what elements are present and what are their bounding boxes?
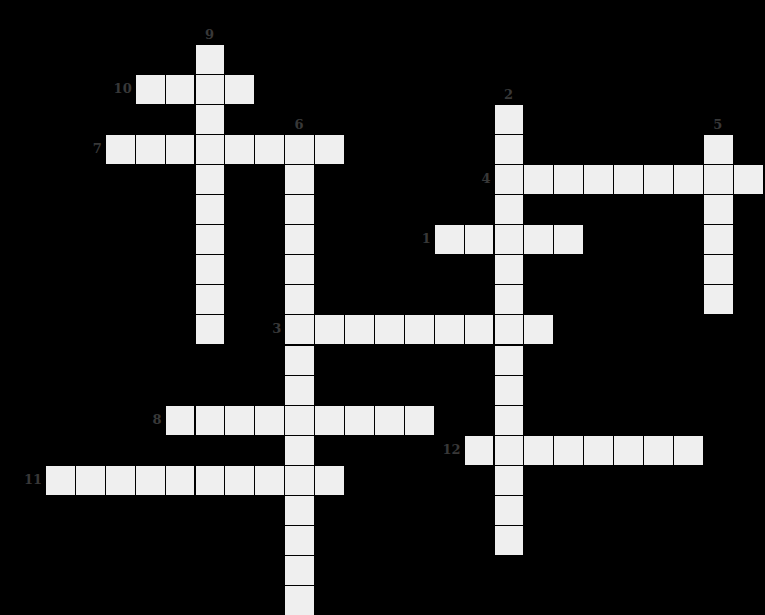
- grid-cell[interactable]: [75, 465, 106, 496]
- grid-cell[interactable]: [494, 254, 525, 285]
- grid-cell[interactable]: [494, 194, 525, 225]
- grid-cell[interactable]: [165, 465, 196, 496]
- clue-number-label: 9: [195, 27, 225, 43]
- grid-cell[interactable]: [135, 74, 166, 105]
- grid-cell[interactable]: [254, 405, 285, 436]
- grid-cell[interactable]: [284, 585, 315, 615]
- clue-number-label: 10: [92, 74, 132, 104]
- grid-cell[interactable]: [195, 465, 226, 496]
- grid-cell[interactable]: [464, 435, 495, 466]
- grid-cell[interactable]: [494, 495, 525, 526]
- grid-cell[interactable]: [105, 465, 136, 496]
- grid-cell[interactable]: [494, 104, 525, 135]
- grid-cell[interactable]: [284, 345, 315, 376]
- grid-cell[interactable]: [284, 405, 315, 436]
- grid-cell[interactable]: [224, 465, 255, 496]
- grid-cell[interactable]: [464, 314, 495, 345]
- clue-number-label: 12: [421, 435, 461, 465]
- grid-cell[interactable]: [195, 224, 226, 255]
- grid-cell[interactable]: [195, 134, 226, 165]
- grid-cell[interactable]: [314, 134, 345, 165]
- grid-cell[interactable]: [284, 194, 315, 225]
- grid-cell[interactable]: [284, 164, 315, 195]
- grid-cell[interactable]: [404, 405, 435, 436]
- grid-cell[interactable]: [494, 525, 525, 556]
- clue-number-label: 1: [391, 224, 431, 254]
- grid-cell[interactable]: [224, 74, 255, 105]
- clue-number-label: 11: [2, 465, 42, 495]
- grid-cell[interactable]: [523, 435, 554, 466]
- grid-cell[interactable]: [284, 495, 315, 526]
- grid-cell[interactable]: [344, 405, 375, 436]
- grid-cell[interactable]: [613, 164, 644, 195]
- grid-cell[interactable]: [135, 134, 166, 165]
- grid-cell[interactable]: [314, 465, 345, 496]
- grid-cell[interactable]: [494, 375, 525, 406]
- grid-cell[interactable]: [553, 224, 584, 255]
- grid-cell[interactable]: [643, 164, 674, 195]
- grid-cell[interactable]: [284, 254, 315, 285]
- clue-number-label: 7: [62, 134, 102, 164]
- grid-cell[interactable]: [434, 314, 465, 345]
- grid-cell[interactable]: [643, 435, 674, 466]
- grid-cell[interactable]: [673, 435, 704, 466]
- grid-cell[interactable]: [195, 194, 226, 225]
- grid-cell[interactable]: [703, 194, 734, 225]
- grid-cell[interactable]: [195, 405, 226, 436]
- grid-cell[interactable]: [464, 224, 495, 255]
- grid-cell[interactable]: [434, 224, 465, 255]
- grid-cell[interactable]: [673, 164, 704, 195]
- grid-cell[interactable]: [224, 405, 255, 436]
- grid-cell[interactable]: [284, 375, 315, 406]
- grid-cell[interactable]: [523, 164, 554, 195]
- grid-cell[interactable]: [284, 284, 315, 315]
- grid-cell[interactable]: [494, 134, 525, 165]
- grid-cell[interactable]: [195, 44, 226, 75]
- grid-cell[interactable]: [494, 405, 525, 436]
- clue-number-label: 2: [494, 87, 524, 103]
- grid-cell[interactable]: [284, 435, 315, 466]
- grid-cell[interactable]: [494, 435, 525, 466]
- clue-number-label: 5: [703, 117, 733, 133]
- grid-cell[interactable]: [583, 435, 614, 466]
- grid-cell[interactable]: [494, 465, 525, 496]
- grid-cell[interactable]: [374, 405, 405, 436]
- clue-number-label: 3: [241, 314, 281, 344]
- grid-cell[interactable]: [165, 405, 196, 436]
- grid-cell[interactable]: [165, 74, 196, 105]
- grid-cell[interactable]: [494, 314, 525, 345]
- grid-cell[interactable]: [494, 224, 525, 255]
- grid-cell[interactable]: [523, 224, 554, 255]
- grid-cell[interactable]: [374, 314, 405, 345]
- grid-cell[interactable]: [703, 284, 734, 315]
- grid-cell[interactable]: [135, 465, 166, 496]
- grid-cell[interactable]: [284, 555, 315, 586]
- grid-cell[interactable]: [165, 134, 196, 165]
- grid-cell[interactable]: [583, 164, 614, 195]
- grid-cell[interactable]: [494, 164, 525, 195]
- clue-number-label: 8: [122, 405, 162, 435]
- grid-cell[interactable]: [733, 164, 764, 195]
- grid-cell[interactable]: [523, 314, 554, 345]
- grid-cell[interactable]: [284, 224, 315, 255]
- crossword-board: 910276541381211: [0, 0, 765, 615]
- grid-cell[interactable]: [703, 164, 734, 195]
- grid-cell[interactable]: [195, 254, 226, 285]
- grid-cell[interactable]: [703, 224, 734, 255]
- grid-cell[interactable]: [314, 405, 345, 436]
- grid-cell[interactable]: [284, 525, 315, 556]
- grid-cell[interactable]: [284, 134, 315, 165]
- grid-cell[interactable]: [224, 134, 255, 165]
- grid-cell[interactable]: [195, 164, 226, 195]
- grid-cell[interactable]: [703, 134, 734, 165]
- grid-cell[interactable]: [613, 435, 644, 466]
- grid-cell[interactable]: [195, 284, 226, 315]
- grid-cell[interactable]: [254, 465, 285, 496]
- grid-cell[interactable]: [45, 465, 76, 496]
- grid-cell[interactable]: [105, 134, 136, 165]
- grid-cell[interactable]: [314, 314, 345, 345]
- clue-number-label: 4: [451, 164, 491, 194]
- grid-cell[interactable]: [494, 345, 525, 376]
- clue-number-label: 6: [284, 117, 314, 133]
- grid-cell[interactable]: [344, 314, 375, 345]
- grid-cell[interactable]: [553, 164, 584, 195]
- grid-cell[interactable]: [553, 435, 584, 466]
- grid-cell[interactable]: [404, 314, 435, 345]
- grid-cell[interactable]: [494, 284, 525, 315]
- grid-cell[interactable]: [703, 254, 734, 285]
- grid-cell[interactable]: [195, 314, 226, 345]
- grid-cell[interactable]: [195, 74, 226, 105]
- grid-cell[interactable]: [284, 314, 315, 345]
- grid-cell[interactable]: [195, 104, 226, 135]
- grid-cell[interactable]: [254, 134, 285, 165]
- grid-cell[interactable]: [284, 465, 315, 496]
